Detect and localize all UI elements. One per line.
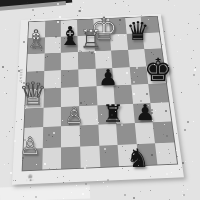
piece-black-rook-e3[interactable]: ♜: [102, 102, 124, 126]
piece-black-knight-g1[interactable]: ♞: [126, 145, 149, 171]
square-c5[interactable]: [61, 69, 79, 88]
noise-speck: [191, 58, 192, 59]
noise-speck: [198, 84, 199, 85]
noise-speck: [164, 31, 165, 32]
noise-speck: [5, 29, 6, 30]
noise-speck: [126, 5, 127, 6]
square-d2[interactable]: [80, 125, 99, 146]
piece-black-king-h5[interactable]: ♚: [144, 54, 173, 86]
photo-scene: CHESS ♔ · ®· ♔♛♝♗♖♚♟♕♟♜♙♙♞: [0, 0, 200, 200]
noise-speck: [128, 5, 129, 6]
noise-speck: [181, 92, 182, 93]
noise-speck: [12, 127, 13, 128]
noise-speck: [9, 131, 10, 132]
square-a6[interactable]: [27, 53, 44, 71]
square-b1[interactable]: [42, 147, 61, 170]
square-h1[interactable]: [155, 142, 177, 164]
board-logo-text: · ®·: [23, 179, 37, 182]
square-d1[interactable]: [80, 145, 100, 168]
noise-speck: [188, 23, 189, 24]
noise-speck: [197, 28, 198, 29]
piece-black-bishop-c7[interactable]: ♝: [58, 23, 81, 49]
noise-speck: [182, 195, 183, 196]
noise-speck: [103, 182, 104, 183]
noise-speck: [182, 191, 183, 192]
noise-speck: [43, 13, 44, 14]
noise-speck: [82, 9, 83, 10]
square-d5[interactable]: [78, 68, 96, 87]
square-h2[interactable]: [153, 121, 174, 142]
noise-speck: [124, 194, 126, 196]
noise-speck: [83, 2, 84, 3]
square-c2[interactable]: [61, 125, 80, 146]
noise-speck: [174, 35, 175, 36]
piece-white-rook-d7[interactable]: ♖: [80, 27, 102, 52]
noise-speck: [34, 15, 35, 16]
square-b6[interactable]: [44, 53, 61, 71]
noise-speck: [78, 10, 80, 12]
noise-speck: [71, 4, 72, 5]
piece-white-queen-a4[interactable]: ♕: [19, 78, 48, 110]
noise-speck: [193, 50, 194, 51]
noise-speck: [173, 67, 174, 68]
noise-speck: [195, 67, 196, 68]
noise-speck: [80, 7, 81, 8]
noise-speck: [182, 162, 184, 164]
noise-speck: [7, 70, 8, 71]
board-logo: ♔ · ®·: [23, 173, 37, 182]
noise-speck: [52, 11, 53, 12]
noise-speck: [129, 11, 130, 12]
noise-speck: [133, 197, 135, 199]
noise-speck: [193, 121, 194, 122]
piece-black-pawn-e5[interactable]: ♟: [98, 67, 118, 89]
paper-edge: [0, 184, 90, 200]
noise-speck: [199, 14, 200, 15]
noise-speck: [77, 15, 78, 16]
noise-speck: [79, 10, 81, 12]
piece-black-queen-g7[interactable]: ♛: [126, 18, 149, 44]
noise-speck: [32, 9, 34, 11]
noise-speck: [174, 5, 175, 6]
noise-speck: [4, 164, 5, 165]
noise-speck: [193, 74, 195, 76]
noise-speck: [185, 161, 186, 162]
square-e1[interactable]: [99, 144, 119, 167]
noise-speck: [115, 3, 116, 4]
noise-speck: [187, 189, 188, 190]
noise-speck: [192, 161, 193, 162]
noise-speck: [194, 69, 196, 71]
noise-speck: [123, 1, 124, 2]
noise-speck: [168, 0, 169, 1]
noise-speck: [180, 39, 181, 40]
noise-speck: [177, 51, 178, 52]
square-b2[interactable]: [42, 126, 61, 148]
square-c1[interactable]: [61, 146, 80, 169]
noise-speck: [140, 191, 141, 192]
noise-speck: [2, 66, 4, 68]
square-g2[interactable]: [135, 122, 156, 143]
noise-speck: [8, 163, 9, 164]
piece-white-pawn-c3[interactable]: ♙: [64, 105, 84, 127]
noise-speck: [6, 136, 7, 137]
noise-speck: [187, 34, 188, 35]
noise-speck: [187, 121, 189, 123]
noise-speck: [184, 129, 186, 131]
piece-black-pawn-g3[interactable]: ♟: [135, 102, 155, 124]
noise-speck: [107, 186, 108, 187]
noise-speck: [183, 194, 185, 196]
square-c6[interactable]: [61, 52, 78, 70]
noise-speck: [6, 93, 7, 94]
noise-speck: [4, 77, 5, 78]
piece-white-bishop-a7[interactable]: ♗: [25, 27, 47, 51]
noise-speck: [183, 185, 184, 186]
piece-white-pawn-a2[interactable]: ♙: [19, 134, 41, 158]
noise-speck: [169, 199, 170, 200]
noise-speck: [4, 92, 5, 93]
noise-speck: [150, 190, 151, 191]
